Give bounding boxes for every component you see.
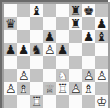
white-bishop-piece: ♝♗ <box>17 82 30 95</box>
square-c8[interactable]: ♝ <box>30 4 43 17</box>
white-rook-piece: ♜♖ <box>56 82 69 95</box>
square-c5[interactable]: ♞ <box>30 43 43 56</box>
black-bishop-piece: ♝ <box>30 4 43 17</box>
black-pawn-piece: ♟ <box>17 43 30 56</box>
square-f6[interactable] <box>69 30 82 43</box>
black-pawn-piece: ♟ <box>82 30 95 43</box>
white-bishop-piece: ♝♗ <box>82 82 95 95</box>
square-h1[interactable]: ♚♔ <box>95 95 108 108</box>
square-e2[interactable]: ♜♖ <box>56 82 69 95</box>
chess-board-inner-frame: ♝♜♚♛♜♟♟♟♝♟♟♞♟♙♟♟♙♞♘♟♙♟♙♟♙♝♗♛♕♜♖♟♙♝♗♜♖♚♔ <box>2 2 110 108</box>
square-c3[interactable] <box>30 69 43 82</box>
black-queen-piece: ♛ <box>4 17 17 30</box>
square-f1[interactable] <box>69 95 82 108</box>
white-pawn-piece: ♟♙ <box>4 82 17 95</box>
white-queen-piece: ♛♕ <box>43 82 56 95</box>
black-pawn-piece: ♟ <box>56 43 69 56</box>
square-f2[interactable]: ♟♙ <box>69 82 82 95</box>
square-a1[interactable] <box>4 95 17 108</box>
black-bishop-piece: ♝ <box>95 30 108 43</box>
square-b8[interactable] <box>17 4 30 17</box>
black-king-piece: ♚ <box>82 4 95 17</box>
square-a7[interactable]: ♛ <box>4 17 17 30</box>
square-a2[interactable]: ♟♙ <box>4 82 17 95</box>
square-e8[interactable] <box>56 4 69 17</box>
square-e1[interactable] <box>56 95 69 108</box>
square-g5[interactable] <box>82 43 95 56</box>
square-h6[interactable]: ♝ <box>95 30 108 43</box>
square-e5[interactable]: ♟ <box>56 43 69 56</box>
square-c7[interactable] <box>30 17 43 30</box>
square-h3[interactable]: ♟♙ <box>95 69 108 82</box>
square-h5[interactable] <box>95 43 108 56</box>
chess-board: ♝♜♚♛♜♟♟♟♝♟♟♞♟♙♟♟♙♞♘♟♙♟♙♟♙♝♗♛♕♜♖♟♙♝♗♜♖♚♔ <box>4 4 108 108</box>
square-b7[interactable] <box>17 17 30 30</box>
square-g2[interactable]: ♝♗ <box>82 82 95 95</box>
square-g8[interactable]: ♚ <box>82 4 95 17</box>
square-b5[interactable]: ♟ <box>17 43 30 56</box>
square-c4[interactable] <box>30 56 43 69</box>
square-a4[interactable] <box>4 56 17 69</box>
square-f7[interactable]: ♜ <box>69 17 82 30</box>
square-c1[interactable]: ♜♖ <box>30 95 43 108</box>
black-rook-piece: ♜ <box>69 17 82 30</box>
square-g6[interactable]: ♟ <box>82 30 95 43</box>
square-d5[interactable]: ♟♙ <box>43 43 56 56</box>
square-d8[interactable] <box>43 4 56 17</box>
black-knight-piece: ♞ <box>30 43 43 56</box>
square-d4[interactable] <box>43 56 56 69</box>
square-e7[interactable] <box>56 17 69 30</box>
black-pawn-piece: ♟ <box>4 43 17 56</box>
square-g1[interactable] <box>82 95 95 108</box>
white-pawn-piece: ♟♙ <box>95 69 108 82</box>
chess-board-frame: ♝♜♚♛♜♟♟♟♝♟♟♞♟♙♟♟♙♞♘♟♙♟♙♟♙♝♗♛♕♜♖♟♙♝♗♜♖♚♔ <box>0 0 108 108</box>
square-b1[interactable] <box>17 95 30 108</box>
square-d1[interactable] <box>43 95 56 108</box>
white-king-piece: ♚♔ <box>95 95 108 108</box>
square-f4[interactable] <box>69 56 82 69</box>
white-rook-piece: ♜♖ <box>30 95 43 108</box>
square-d2[interactable]: ♛♕ <box>43 82 56 95</box>
white-pawn-piece: ♟♙ <box>43 43 56 56</box>
square-a5[interactable]: ♟ <box>4 43 17 56</box>
white-pawn-piece: ♟♙ <box>69 82 82 95</box>
square-b2[interactable]: ♝♗ <box>17 82 30 95</box>
square-f5[interactable] <box>69 43 82 56</box>
